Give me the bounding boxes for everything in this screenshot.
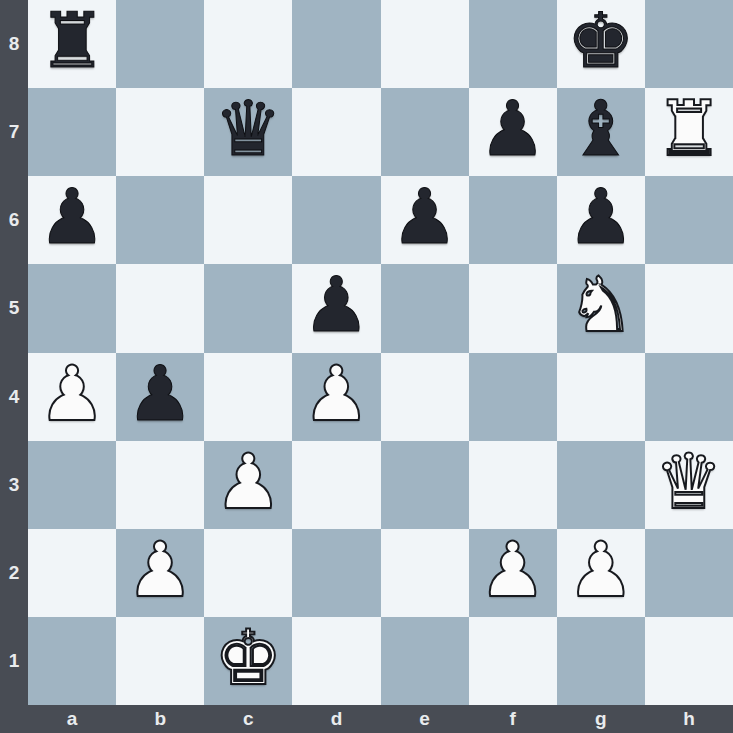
chess-board: 8♜♚7♛♟♝♜6♟♟♟5♟♞4♟♟♟3♟♛2♟♟♟1♚abcdefgh xyxy=(0,0,733,733)
square-d8[interactable] xyxy=(292,0,380,88)
square-g1[interactable] xyxy=(557,617,645,705)
square-f4[interactable] xyxy=(469,353,557,441)
square-g8[interactable]: ♚ xyxy=(557,0,645,88)
square-e5[interactable] xyxy=(381,264,469,352)
square-e8[interactable] xyxy=(381,0,469,88)
square-f6[interactable] xyxy=(469,176,557,264)
square-d6[interactable] xyxy=(292,176,380,264)
board-frame-corner xyxy=(0,705,28,733)
square-e1[interactable] xyxy=(381,617,469,705)
square-c4[interactable] xyxy=(204,353,292,441)
square-d5[interactable]: ♟ xyxy=(292,264,380,352)
square-e2[interactable] xyxy=(381,529,469,617)
piece-white-pawn[interactable]: ♟ xyxy=(479,532,547,608)
piece-white-queen[interactable]: ♛ xyxy=(655,444,723,520)
square-a5[interactable] xyxy=(28,264,116,352)
square-b8[interactable] xyxy=(116,0,204,88)
square-b1[interactable] xyxy=(116,617,204,705)
rank-label-2: 2 xyxy=(0,529,28,617)
square-c5[interactable] xyxy=(204,264,292,352)
square-g6[interactable]: ♟ xyxy=(557,176,645,264)
rank-label-6: 6 xyxy=(0,176,28,264)
square-f2[interactable]: ♟ xyxy=(469,529,557,617)
rank-label-1: 1 xyxy=(0,617,28,705)
rank-label-5: 5 xyxy=(0,264,28,352)
square-c7[interactable]: ♛ xyxy=(204,88,292,176)
square-h5[interactable] xyxy=(645,264,733,352)
square-a2[interactable] xyxy=(28,529,116,617)
square-f1[interactable] xyxy=(469,617,557,705)
square-a8[interactable]: ♜ xyxy=(28,0,116,88)
piece-black-king[interactable]: ♚ xyxy=(567,3,635,79)
piece-white-pawn[interactable]: ♟ xyxy=(214,444,282,520)
piece-white-king[interactable]: ♚ xyxy=(214,620,282,696)
square-e3[interactable] xyxy=(381,441,469,529)
file-label-a: a xyxy=(28,705,116,733)
square-f5[interactable] xyxy=(469,264,557,352)
square-c6[interactable] xyxy=(204,176,292,264)
square-c2[interactable] xyxy=(204,529,292,617)
square-g7[interactable]: ♝ xyxy=(557,88,645,176)
piece-white-knight[interactable]: ♞ xyxy=(567,267,635,343)
piece-white-rook[interactable]: ♜ xyxy=(655,91,723,167)
file-label-g: g xyxy=(557,705,645,733)
square-h7[interactable]: ♜ xyxy=(645,88,733,176)
square-h3[interactable]: ♛ xyxy=(645,441,733,529)
square-e6[interactable]: ♟ xyxy=(381,176,469,264)
square-c8[interactable] xyxy=(204,0,292,88)
piece-black-pawn[interactable]: ♟ xyxy=(479,91,547,167)
square-h8[interactable] xyxy=(645,0,733,88)
square-a1[interactable] xyxy=(28,617,116,705)
square-a7[interactable] xyxy=(28,88,116,176)
square-f8[interactable] xyxy=(469,0,557,88)
square-c3[interactable]: ♟ xyxy=(204,441,292,529)
piece-black-bishop[interactable]: ♝ xyxy=(567,91,635,167)
file-label-d: d xyxy=(292,705,380,733)
square-e4[interactable] xyxy=(381,353,469,441)
square-f7[interactable]: ♟ xyxy=(469,88,557,176)
square-a3[interactable] xyxy=(28,441,116,529)
square-g4[interactable] xyxy=(557,353,645,441)
file-label-h: h xyxy=(645,705,733,733)
square-b2[interactable]: ♟ xyxy=(116,529,204,617)
piece-black-pawn[interactable]: ♟ xyxy=(126,356,194,432)
square-g3[interactable] xyxy=(557,441,645,529)
square-h2[interactable] xyxy=(645,529,733,617)
piece-black-rook[interactable]: ♜ xyxy=(38,3,106,79)
square-b5[interactable] xyxy=(116,264,204,352)
file-label-f: f xyxy=(469,705,557,733)
rank-label-7: 7 xyxy=(0,88,28,176)
square-h4[interactable] xyxy=(645,353,733,441)
rank-label-4: 4 xyxy=(0,353,28,441)
square-g2[interactable]: ♟ xyxy=(557,529,645,617)
file-label-c: c xyxy=(204,705,292,733)
square-h1[interactable] xyxy=(645,617,733,705)
square-a6[interactable]: ♟ xyxy=(28,176,116,264)
square-d3[interactable] xyxy=(292,441,380,529)
piece-white-pawn[interactable]: ♟ xyxy=(126,532,194,608)
piece-white-pawn[interactable]: ♟ xyxy=(567,532,635,608)
piece-black-pawn[interactable]: ♟ xyxy=(38,179,106,255)
square-b4[interactable]: ♟ xyxy=(116,353,204,441)
piece-black-pawn[interactable]: ♟ xyxy=(567,179,635,255)
square-e7[interactable] xyxy=(381,88,469,176)
piece-white-pawn[interactable]: ♟ xyxy=(38,356,106,432)
square-d4[interactable]: ♟ xyxy=(292,353,380,441)
square-b7[interactable] xyxy=(116,88,204,176)
square-g5[interactable]: ♞ xyxy=(557,264,645,352)
square-c1[interactable]: ♚ xyxy=(204,617,292,705)
rank-label-3: 3 xyxy=(0,441,28,529)
piece-white-pawn[interactable]: ♟ xyxy=(302,356,370,432)
piece-black-pawn[interactable]: ♟ xyxy=(302,267,370,343)
file-label-e: e xyxy=(381,705,469,733)
square-d1[interactable] xyxy=(292,617,380,705)
rank-label-8: 8 xyxy=(0,0,28,88)
file-label-b: b xyxy=(116,705,204,733)
square-d7[interactable] xyxy=(292,88,380,176)
piece-black-pawn[interactable]: ♟ xyxy=(390,179,458,255)
square-f3[interactable] xyxy=(469,441,557,529)
square-h6[interactable] xyxy=(645,176,733,264)
square-d2[interactable] xyxy=(292,529,380,617)
square-a4[interactable]: ♟ xyxy=(28,353,116,441)
square-b3[interactable] xyxy=(116,441,204,529)
square-b6[interactable] xyxy=(116,176,204,264)
piece-black-queen[interactable]: ♛ xyxy=(214,91,282,167)
